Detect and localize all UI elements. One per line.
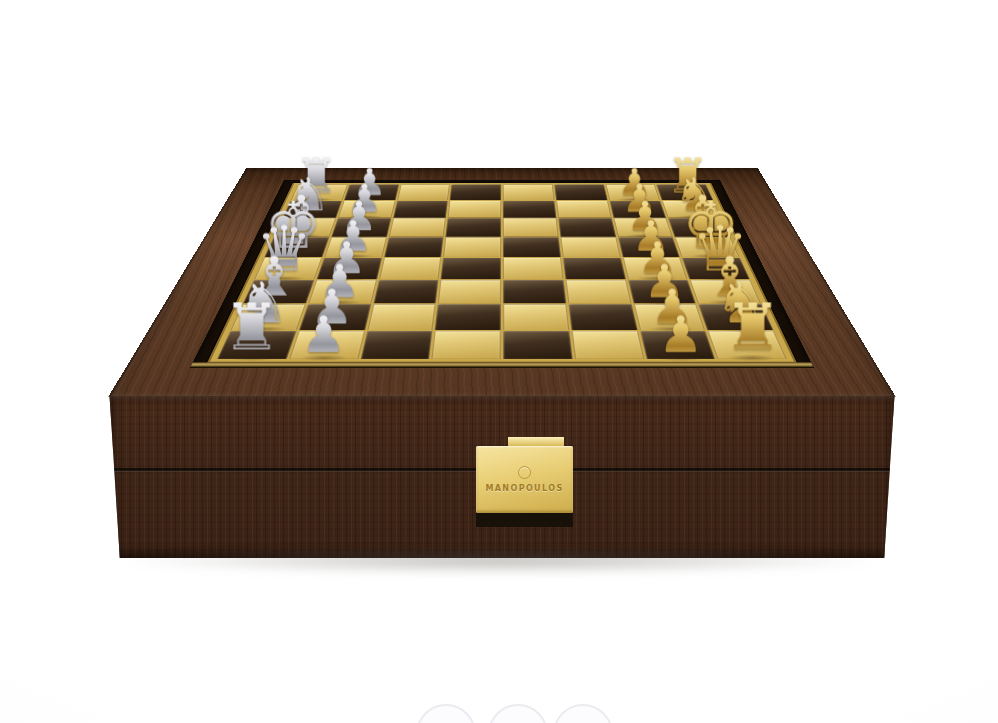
square-f4[interactable] <box>446 218 501 236</box>
piece-white-rook-a1[interactable]: ♜ <box>222 295 280 360</box>
square-g5[interactable] <box>503 201 556 218</box>
square-h2[interactable] <box>344 184 399 200</box>
board-front-mirror-strip <box>190 363 814 368</box>
square-f5[interactable] <box>503 218 558 236</box>
clasp-shadow <box>476 513 573 527</box>
square-h5[interactable] <box>503 184 554 200</box>
clasp-body: MANOPOULOS <box>476 446 573 513</box>
square-h1[interactable] <box>291 184 348 200</box>
square-h4[interactable] <box>450 184 501 200</box>
square-f6[interactable] <box>558 218 616 236</box>
board-area: ♜♟♟♜♞♟♟♞♝♟♟♝♚♟♟♚♛♟♟♛♝♟♟♝♞♟♟♞♜♟♟♜ <box>207 183 797 363</box>
square-e6[interactable] <box>560 237 620 257</box>
square-g2[interactable] <box>338 201 395 218</box>
square-g6[interactable] <box>556 201 611 218</box>
square-g7[interactable] <box>609 201 666 218</box>
square-g3[interactable] <box>393 201 448 218</box>
piece-black-rook-a8[interactable]: ♜ <box>724 295 782 360</box>
board-wooden-frame: ♜♟♟♜♞♟♟♞♝♟♟♝♚♟♟♚♛♟♟♛♝♟♟♝♞♟♟♞♜♟♟♜ <box>108 168 896 397</box>
board-perspective-wrapper: ♜♟♟♜♞♟♟♞♝♟♟♝♚♟♟♚♛♟♟♛♝♟♟♝♞♟♟♞♜♟♟♜ <box>0 0 998 723</box>
piece-black-pawn-a7[interactable]: ♟ <box>658 310 703 360</box>
square-h7[interactable] <box>605 184 660 200</box>
square-h8[interactable] <box>656 184 713 200</box>
square-g4[interactable] <box>448 201 501 218</box>
box-clasp[interactable]: MANOPOULOS <box>476 437 573 527</box>
board-well: ♜♟♟♜♞♟♟♞♝♟♟♝♚♟♟♚♛♟♟♛♝♟♟♝♞♟♟♞♜♟♟♜ <box>190 180 814 367</box>
piece-white-pawn-a2[interactable]: ♟ <box>300 310 345 360</box>
square-h3[interactable] <box>397 184 450 200</box>
square-e5[interactable] <box>503 237 561 257</box>
square-e3[interactable] <box>384 237 444 257</box>
box-ground-shadow <box>122 548 878 574</box>
clasp-brand-text: MANOPOULOS <box>485 484 563 493</box>
square-h6[interactable] <box>554 184 607 200</box>
product-photo-scene: ♜♟♟♜♞♟♟♞♝♟♟♝♚♟♟♚♛♟♟♛♝♟♟♝♞♟♟♞♜♟♟♜ MANOPOU… <box>0 0 998 723</box>
square-e4[interactable] <box>443 237 501 257</box>
clasp-catch-bar <box>508 437 564 446</box>
clasp-crest-icon <box>518 466 531 479</box>
square-f3[interactable] <box>388 218 446 236</box>
